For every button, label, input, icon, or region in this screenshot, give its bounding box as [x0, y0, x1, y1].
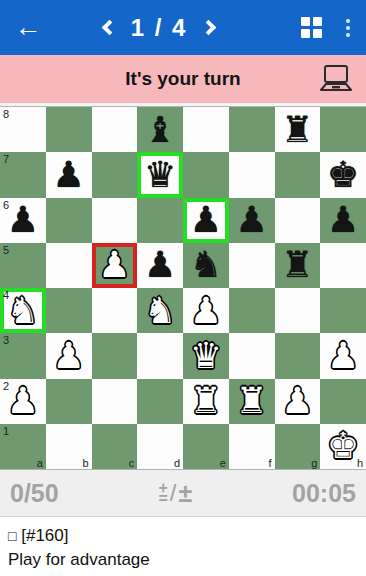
square-g8[interactable]: ♜: [275, 107, 321, 152]
black-pawn-f6: ♟: [235, 202, 267, 238]
file-label-g: g: [311, 457, 317, 469]
rank-label-8: 8: [3, 108, 9, 120]
white-pawn-e4: ♟: [190, 293, 222, 329]
square-c2[interactable]: [92, 379, 138, 424]
file-label-b: b: [82, 457, 88, 469]
rank-label-1: 1: [3, 425, 9, 437]
square-c3[interactable]: [92, 333, 138, 378]
square-a6[interactable]: 6♟: [0, 198, 46, 243]
file-label-e: e: [220, 457, 226, 469]
square-d7[interactable]: ♛: [137, 152, 183, 197]
top-bar: ← 1 / 4: [0, 0, 366, 55]
square-c6[interactable]: [92, 198, 138, 243]
square-h5[interactable]: [320, 243, 366, 288]
square-f2[interactable]: ♜: [229, 379, 275, 424]
square-f8[interactable]: [229, 107, 275, 152]
square-h2[interactable]: [320, 379, 366, 424]
rank-label-4: 4: [3, 289, 9, 301]
black-pawn-a6: ♟: [7, 202, 39, 238]
square-g2[interactable]: ♟: [275, 379, 321, 424]
square-f1[interactable]: f: [229, 424, 275, 469]
square-b8[interactable]: [46, 107, 92, 152]
square-a8[interactable]: 8: [0, 107, 46, 152]
square-g7[interactable]: [275, 152, 321, 197]
square-e5[interactable]: ♞: [183, 243, 229, 288]
square-d2[interactable]: [137, 379, 183, 424]
square-h8[interactable]: [320, 107, 366, 152]
white-pawn-a2: ♟: [7, 383, 39, 419]
square-a5[interactable]: 5: [0, 243, 46, 288]
rank-label-3: 3: [3, 334, 9, 346]
square-e2[interactable]: ♜: [183, 379, 229, 424]
white-pawn-g2: ♟: [281, 383, 313, 419]
black-knight-e5: ♞: [190, 247, 222, 283]
laptop-icon[interactable]: [318, 64, 354, 98]
square-b6[interactable]: [46, 198, 92, 243]
square-c8[interactable]: [92, 107, 138, 152]
square-b7[interactable]: ♟: [46, 152, 92, 197]
white-king-h1: ♚: [327, 428, 359, 464]
puzzle-caption: □ [#160] Play for advantage: [0, 517, 366, 576]
arrow-left-icon: ←: [15, 12, 42, 43]
overflow-menu-icon[interactable]: [344, 17, 352, 39]
square-a1[interactable]: 1a: [0, 424, 46, 469]
back-button[interactable]: ←: [0, 12, 56, 43]
square-f6[interactable]: ♟: [229, 198, 275, 243]
square-g3[interactable]: [275, 333, 321, 378]
square-b4[interactable]: [46, 288, 92, 333]
square-b2[interactable]: [46, 379, 92, 424]
square-g6[interactable]: [275, 198, 321, 243]
square-g4[interactable]: [275, 288, 321, 333]
square-d1[interactable]: d: [137, 424, 183, 469]
timer: 00:05: [292, 479, 356, 508]
puzzle-counter: 1 / 4: [131, 14, 188, 42]
square-d8[interactable]: ♝: [137, 107, 183, 152]
status-bar: 0/50 + = / ± 00:05: [0, 470, 366, 516]
square-e6[interactable]: ♟: [183, 198, 229, 243]
square-g5[interactable]: ♜: [275, 243, 321, 288]
square-d3[interactable]: [137, 333, 183, 378]
square-f5[interactable]: [229, 243, 275, 288]
square-f3[interactable]: [229, 333, 275, 378]
next-puzzle-icon[interactable]: [201, 20, 217, 36]
rank-label-5: 5: [3, 244, 9, 256]
chess-board: 8♝♜7♟♛♚6♟♟♟♟5♟♟♞♜4♞♞♟3♟♛♟2♟♜♜♟1abcdefgh♚: [0, 107, 366, 469]
square-e4[interactable]: ♟: [183, 288, 229, 333]
square-c4[interactable]: [92, 288, 138, 333]
white-knight-d4: ♞: [144, 293, 176, 329]
black-rook-g5: ♜: [281, 247, 313, 283]
black-pawn-h6: ♟: [327, 202, 359, 238]
plus-minus-symbol: ±: [179, 479, 193, 508]
turn-banner-text: It's your turn: [125, 68, 240, 90]
board-grid-icon[interactable]: [301, 17, 322, 38]
black-queen-d7: ♛: [144, 157, 176, 193]
white-knight-a4: ♞: [7, 293, 39, 329]
square-e1[interactable]: e: [183, 424, 229, 469]
black-pawn-e6: ♟: [190, 202, 222, 238]
square-h6[interactable]: ♟: [320, 198, 366, 243]
chess-app-screen: ← 1 / 4 It's your turn: [0, 0, 366, 576]
white-pawn-b3: ♟: [52, 338, 84, 374]
puzzle-id-line: □ [#160]: [8, 524, 358, 548]
square-c7[interactable]: [92, 152, 138, 197]
black-king-h7: ♚: [327, 157, 359, 193]
square-b5[interactable]: [46, 243, 92, 288]
rank-label-6: 6: [3, 199, 9, 211]
square-h7[interactable]: ♚: [320, 152, 366, 197]
file-label-f: f: [268, 457, 271, 469]
black-bishop-d8: ♝: [144, 112, 176, 148]
square-c1[interactable]: c: [92, 424, 138, 469]
board-frame: 8♝♜7♟♛♚6♟♟♟♟5♟♟♞♜4♞♞♟3♟♛♟2♟♜♜♟1abcdefgh♚: [0, 106, 366, 470]
white-rook-f2: ♜: [235, 383, 267, 419]
square-c5[interactable]: ♟: [92, 243, 138, 288]
square-a7[interactable]: 7: [0, 152, 46, 197]
square-h3[interactable]: ♟: [320, 333, 366, 378]
black-pawn-b7: ♟: [52, 157, 84, 193]
score-counter: 0/50: [10, 479, 59, 508]
file-label-h: h: [357, 457, 363, 469]
puzzle-id: [#160]: [21, 526, 68, 545]
puzzle-navigation: 1 / 4: [56, 14, 262, 42]
square-b3[interactable]: ♟: [46, 333, 92, 378]
file-label-d: d: [174, 457, 180, 469]
topbar-actions: [262, 17, 366, 39]
plus-over-equals-symbol: + =: [158, 482, 167, 504]
rank-label-2: 2: [3, 380, 9, 392]
file-label-c: c: [129, 457, 135, 469]
black-pawn-d5: ♟: [144, 247, 176, 283]
square-a2[interactable]: 2♟: [0, 379, 46, 424]
white-queen-e3: ♛: [190, 338, 222, 374]
square-d4[interactable]: ♞: [137, 288, 183, 333]
prev-puzzle-icon[interactable]: [101, 20, 117, 36]
white-to-move-marker: □: [8, 528, 16, 544]
square-d5[interactable]: ♟: [137, 243, 183, 288]
square-e8[interactable]: [183, 107, 229, 152]
evaluation-symbols: + = / ±: [158, 479, 192, 508]
white-pawn-c5: ♟: [98, 247, 130, 283]
rank-label-7: 7: [3, 153, 9, 165]
white-pawn-h3: ♟: [327, 338, 359, 374]
white-rook-e2: ♜: [190, 383, 222, 419]
file-label-a: a: [37, 457, 43, 469]
square-f4[interactable]: [229, 288, 275, 333]
square-g1[interactable]: g: [275, 424, 321, 469]
black-rook-g8: ♜: [281, 112, 313, 148]
square-a3[interactable]: 3: [0, 333, 46, 378]
square-e7[interactable]: [183, 152, 229, 197]
puzzle-goal: Play for advantage: [8, 548, 358, 572]
square-h1[interactable]: h♚: [320, 424, 366, 469]
square-d6[interactable]: [137, 198, 183, 243]
square-f7[interactable]: [229, 152, 275, 197]
turn-banner: It's your turn: [0, 55, 366, 103]
square-h4[interactable]: [320, 288, 366, 333]
square-e3[interactable]: ♛: [183, 333, 229, 378]
square-b1[interactable]: b: [46, 424, 92, 469]
square-a4[interactable]: 4♞: [0, 288, 46, 333]
